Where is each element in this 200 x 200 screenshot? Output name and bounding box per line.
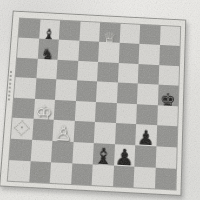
square-g6[interactable]	[138, 64, 159, 85]
square-b4[interactable]: ♔	[33, 99, 55, 120]
square-g7[interactable]	[139, 44, 160, 65]
diamond-stamp-icon	[32, 164, 48, 180]
square-g4[interactable]	[136, 104, 157, 125]
square-h2[interactable]	[155, 146, 176, 168]
square-b6[interactable]	[36, 59, 58, 80]
square-a5[interactable]	[14, 77, 36, 98]
square-f5[interactable]	[116, 83, 137, 104]
chess-photo: ♝♕♞♚♔♙♟♝♟	[0, 0, 200, 200]
square-a8[interactable]	[19, 19, 40, 39]
square-f1[interactable]	[113, 165, 135, 187]
square-a2[interactable]	[9, 138, 31, 160]
square-h5[interactable]: ♚	[157, 85, 178, 106]
square-a6[interactable]	[16, 58, 38, 79]
square-h3[interactable]	[156, 125, 177, 147]
square-e7[interactable]	[98, 42, 119, 63]
square-c6[interactable]	[56, 60, 78, 81]
square-b5[interactable]	[35, 79, 57, 100]
square-h8[interactable]	[159, 26, 180, 47]
square-c2[interactable]	[51, 141, 73, 163]
square-a4[interactable]	[13, 98, 35, 119]
square-b7[interactable]: ♞	[37, 39, 58, 60]
square-g2[interactable]	[134, 145, 156, 167]
square-f6[interactable]	[117, 63, 138, 84]
square-c7[interactable]	[58, 40, 79, 61]
square-d8[interactable]	[79, 22, 100, 42]
square-e6[interactable]	[97, 62, 118, 83]
board-frame: ♝♕♞♚♔♙♟♝♟	[0, 11, 186, 196]
square-b3[interactable]	[32, 119, 54, 141]
square-f4[interactable]	[115, 103, 136, 124]
square-a1[interactable]	[8, 160, 30, 182]
chess-board[interactable]: ♝♕♞♚♔♙♟♝♟	[0, 11, 186, 196]
square-h4[interactable]	[157, 105, 178, 126]
square-c8[interactable]	[59, 21, 80, 41]
square-a7[interactable]	[17, 38, 39, 59]
square-d3[interactable]	[73, 121, 95, 143]
square-g8[interactable]	[139, 25, 160, 46]
square-h1[interactable]	[154, 167, 176, 189]
square-h6[interactable]	[158, 65, 179, 86]
square-d1[interactable]	[71, 163, 93, 185]
square-d5[interactable]	[75, 81, 97, 102]
square-a3[interactable]	[11, 118, 33, 140]
square-f2[interactable]: ♟	[114, 144, 136, 166]
square-g5[interactable]	[137, 84, 158, 105]
square-c5[interactable]	[55, 80, 77, 101]
square-e8[interactable]: ♕	[99, 23, 120, 43]
square-c4[interactable]	[54, 100, 76, 121]
square-d4[interactable]	[74, 101, 96, 122]
square-e4[interactable]	[95, 102, 117, 123]
square-b8[interactable]: ♝	[39, 20, 60, 40]
square-g1[interactable]	[134, 166, 156, 188]
square-c3[interactable]: ♙	[52, 120, 74, 142]
square-c1[interactable]	[50, 162, 72, 184]
square-d7[interactable]	[78, 41, 99, 62]
square-d2[interactable]	[72, 142, 94, 164]
square-b1[interactable]	[29, 161, 51, 183]
square-h7[interactable]	[159, 45, 180, 66]
square-e2[interactable]: ♝	[93, 143, 115, 165]
square-e3[interactable]	[94, 122, 116, 144]
square-f7[interactable]	[118, 43, 139, 64]
diamond-stamp-icon	[14, 121, 30, 137]
square-f8[interactable]	[119, 24, 140, 44]
board-grid: ♝♕♞♚♔♙♟♝♟	[7, 18, 181, 191]
square-f3[interactable]	[115, 123, 137, 145]
square-b2[interactable]	[30, 139, 52, 161]
square-e1[interactable]	[92, 164, 114, 186]
square-d6[interactable]	[77, 61, 98, 82]
square-g3[interactable]: ♟	[135, 124, 156, 146]
square-e5[interactable]	[96, 82, 117, 103]
